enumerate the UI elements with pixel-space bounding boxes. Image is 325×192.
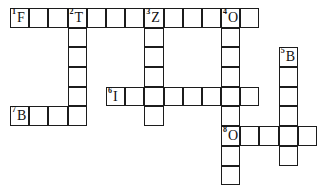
grid-cell-r0c4[interactable] bbox=[87, 8, 106, 28]
grid-cell-r1c3[interactable] bbox=[68, 28, 87, 48]
grid-cell-r1c11[interactable] bbox=[221, 28, 240, 48]
given-letter: F bbox=[17, 10, 25, 26]
grid-cell-r3c3[interactable] bbox=[68, 67, 87, 87]
clue-number: 5 bbox=[281, 47, 285, 56]
grid-cell-r5c11[interactable] bbox=[221, 106, 240, 126]
grid-cell-r0c12[interactable] bbox=[240, 8, 259, 28]
grid-cell-r0c1[interactable] bbox=[29, 8, 48, 28]
grid-cell-r4c12[interactable] bbox=[240, 87, 259, 107]
grid-cell-r3c14[interactable] bbox=[279, 67, 298, 87]
grid-cell-r2c7[interactable] bbox=[144, 47, 163, 67]
grid-cell-r8c11[interactable] bbox=[221, 166, 240, 186]
grid-cell-r5c2[interactable] bbox=[48, 106, 67, 126]
grid-cell-r0c7[interactable]: 3Z bbox=[144, 8, 163, 28]
given-letter: I bbox=[113, 89, 118, 105]
grid-cell-r6c12[interactable] bbox=[240, 126, 259, 146]
grid-cell-r2c14[interactable]: 5B bbox=[279, 47, 298, 67]
grid-cell-r4c6[interactable] bbox=[125, 87, 144, 107]
given-letter: O bbox=[228, 128, 238, 144]
grid-cell-r5c3[interactable] bbox=[68, 106, 87, 126]
grid-cell-r4c11[interactable] bbox=[221, 87, 240, 107]
clue-number: 8 bbox=[223, 126, 227, 135]
grid-cell-r6c11[interactable]: 8O bbox=[221, 126, 240, 146]
grid-cell-r3c11[interactable] bbox=[221, 67, 240, 87]
grid-cell-r2c3[interactable] bbox=[68, 47, 87, 67]
clue-number: 6 bbox=[108, 87, 112, 96]
given-letter: T bbox=[75, 10, 84, 26]
grid-cell-r5c1[interactable] bbox=[29, 106, 48, 126]
grid-cell-r5c7[interactable] bbox=[144, 106, 163, 126]
grid-cell-r0c5[interactable] bbox=[106, 8, 125, 28]
grid-cell-r5c0[interactable]: 7B bbox=[10, 106, 29, 126]
grid-cell-r0c11[interactable]: 4O bbox=[221, 8, 240, 28]
grid-cell-r6c14[interactable] bbox=[279, 126, 298, 146]
grid-cell-r4c3[interactable] bbox=[68, 87, 87, 107]
given-letter: O bbox=[228, 10, 238, 26]
grid-cell-r1c7[interactable] bbox=[144, 28, 163, 48]
grid-cell-r0c0[interactable]: 1F bbox=[10, 8, 29, 28]
grid-cell-r0c3[interactable]: 2T bbox=[68, 8, 87, 28]
clue-number: 3 bbox=[146, 8, 150, 17]
grid-cell-r4c5[interactable]: 6I bbox=[106, 87, 125, 107]
grid-cell-r4c14[interactable] bbox=[279, 87, 298, 107]
clue-number: 1 bbox=[12, 8, 16, 17]
grid-cell-r0c9[interactable] bbox=[183, 8, 202, 28]
clue-number: 2 bbox=[70, 8, 74, 17]
clue-number: 4 bbox=[223, 8, 227, 17]
clue-number: 7 bbox=[12, 106, 16, 115]
given-letter: Z bbox=[151, 10, 160, 26]
given-letter: B bbox=[17, 108, 26, 124]
grid-cell-r7c14[interactable] bbox=[279, 146, 298, 166]
grid-cell-r0c6[interactable] bbox=[125, 8, 144, 28]
given-letter: B bbox=[286, 49, 295, 65]
grid-cell-r4c8[interactable] bbox=[164, 87, 183, 107]
grid-cell-r4c9[interactable] bbox=[183, 87, 202, 107]
grid-cell-r7c11[interactable] bbox=[221, 146, 240, 166]
grid-cell-r0c8[interactable] bbox=[164, 8, 183, 28]
grid-cell-r4c10[interactable] bbox=[202, 87, 221, 107]
grid-cell-r0c2[interactable] bbox=[48, 8, 67, 28]
grid-cell-r6c13[interactable] bbox=[259, 126, 278, 146]
grid-cell-r5c14[interactable] bbox=[279, 106, 298, 126]
crossword-grid: 1F2T3Z4O5B6I7B8O bbox=[10, 8, 317, 185]
grid-cell-r2c11[interactable] bbox=[221, 47, 240, 67]
grid-cell-r4c7[interactable] bbox=[144, 87, 163, 107]
grid-cell-r6c15[interactable] bbox=[298, 126, 317, 146]
grid-cell-r0c10[interactable] bbox=[202, 8, 221, 28]
grid-cell-r3c7[interactable] bbox=[144, 67, 163, 87]
